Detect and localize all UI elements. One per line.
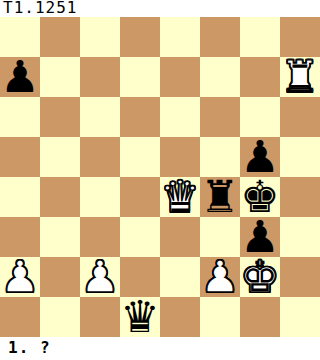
square-h7[interactable]: ♜: [280, 57, 320, 97]
square-a6[interactable]: [0, 97, 40, 137]
chess-board: ♟♜♟♛♜♚♟♟♟♟♚♛: [0, 17, 320, 337]
square-d8[interactable]: [120, 17, 160, 57]
square-e2[interactable]: [160, 257, 200, 297]
white-king[interactable]: ♚: [240, 257, 279, 297]
square-b3[interactable]: [40, 217, 80, 257]
square-b4[interactable]: [40, 177, 80, 217]
square-d5[interactable]: [120, 137, 160, 177]
square-e3[interactable]: [160, 217, 200, 257]
square-f8[interactable]: [200, 17, 240, 57]
square-a7[interactable]: ♟: [0, 57, 40, 97]
square-e1[interactable]: [160, 297, 200, 337]
square-d7[interactable]: [120, 57, 160, 97]
white-queen[interactable]: ♛: [160, 177, 199, 217]
square-f4[interactable]: ♜: [200, 177, 240, 217]
square-f1[interactable]: [200, 297, 240, 337]
move-prompt: 1. ?: [8, 339, 51, 357]
white-pawn[interactable]: ♟: [0, 257, 39, 297]
square-f2[interactable]: ♟: [200, 257, 240, 297]
square-c7[interactable]: [80, 57, 120, 97]
square-h2[interactable]: [280, 257, 320, 297]
square-b5[interactable]: [40, 137, 80, 177]
square-h1[interactable]: [280, 297, 320, 337]
square-h6[interactable]: [280, 97, 320, 137]
square-c4[interactable]: [80, 177, 120, 217]
square-g2[interactable]: ♚: [240, 257, 280, 297]
square-g8[interactable]: [240, 17, 280, 57]
square-c2[interactable]: ♟: [80, 257, 120, 297]
square-c1[interactable]: [80, 297, 120, 337]
square-d1[interactable]: ♛: [120, 297, 160, 337]
white-rook[interactable]: ♜: [280, 57, 319, 97]
square-b2[interactable]: [40, 257, 80, 297]
square-h4[interactable]: [280, 177, 320, 217]
square-h5[interactable]: [280, 137, 320, 177]
white-pawn[interactable]: ♟: [80, 257, 119, 297]
square-f7[interactable]: [200, 57, 240, 97]
square-e4[interactable]: ♛: [160, 177, 200, 217]
white-pawn[interactable]: ♟: [200, 257, 239, 297]
square-a1[interactable]: [0, 297, 40, 337]
black-queen[interactable]: ♛: [120, 297, 159, 337]
square-g1[interactable]: [240, 297, 280, 337]
square-e7[interactable]: [160, 57, 200, 97]
square-a5[interactable]: [0, 137, 40, 177]
square-a2[interactable]: ♟: [0, 257, 40, 297]
square-d6[interactable]: [120, 97, 160, 137]
square-c6[interactable]: [80, 97, 120, 137]
square-h3[interactable]: [280, 217, 320, 257]
square-b8[interactable]: [40, 17, 80, 57]
square-f6[interactable]: [200, 97, 240, 137]
square-e6[interactable]: [160, 97, 200, 137]
black-rook[interactable]: ♜: [200, 177, 239, 217]
square-d4[interactable]: [120, 177, 160, 217]
square-c8[interactable]: [80, 17, 120, 57]
square-c5[interactable]: [80, 137, 120, 177]
square-b1[interactable]: [40, 297, 80, 337]
square-b7[interactable]: [40, 57, 80, 97]
black-pawn[interactable]: ♟: [0, 57, 39, 97]
square-a4[interactable]: [0, 177, 40, 217]
square-b6[interactable]: [40, 97, 80, 137]
puzzle-title: T1.1251: [3, 0, 77, 17]
square-g7[interactable]: [240, 57, 280, 97]
square-e8[interactable]: [160, 17, 200, 57]
square-d3[interactable]: [120, 217, 160, 257]
